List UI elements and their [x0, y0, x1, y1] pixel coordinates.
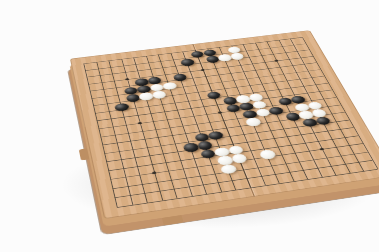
black-stone: [114, 103, 129, 112]
product-photo-scene: [0, 0, 379, 252]
black-stone: [182, 142, 199, 152]
star-point: [274, 59, 279, 61]
star-point: [200, 69, 204, 71]
white-stone: [230, 153, 247, 163]
black-stone: [314, 116, 331, 125]
black-stone: [125, 94, 140, 103]
go-board: [69, 30, 379, 219]
white-stone: [151, 90, 166, 99]
